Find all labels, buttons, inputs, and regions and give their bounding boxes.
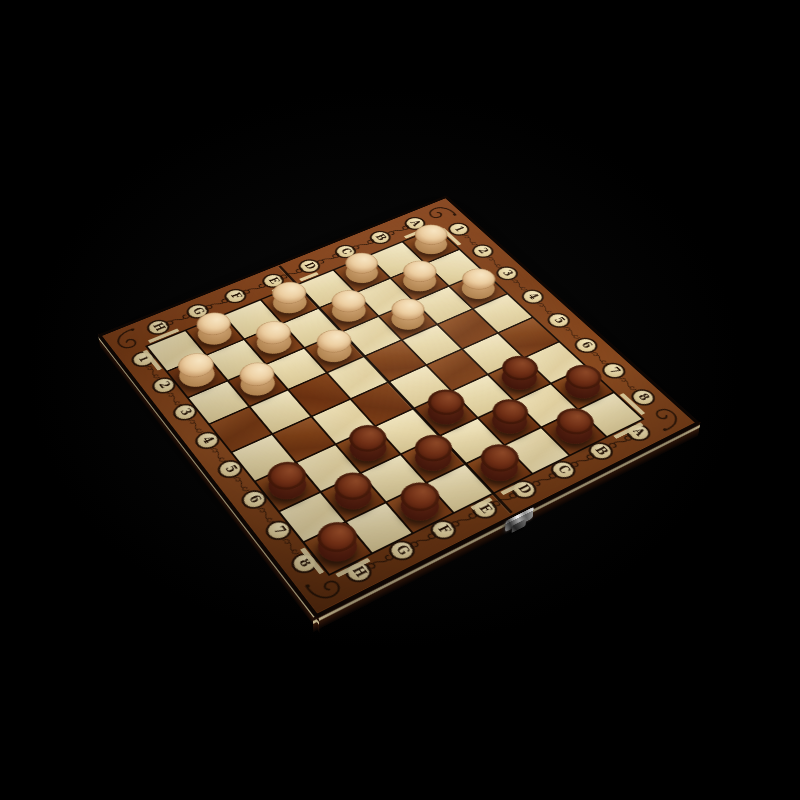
- photo-background: 12345678 12345678 ABCDEFGH ABCDEFGH: [0, 0, 800, 800]
- scroll-vine-icon: [508, 277, 531, 293]
- board-surface: 12345678 12345678 ABCDEFGH ABCDEFGH: [97, 195, 701, 618]
- board-3d: 12345678 12345678 ABCDEFGH ABCDEFGH: [97, 195, 701, 618]
- scroll-vine-icon: [207, 445, 231, 465]
- playing-field: [145, 227, 644, 576]
- piece-light-g1[interactable]: [192, 319, 238, 350]
